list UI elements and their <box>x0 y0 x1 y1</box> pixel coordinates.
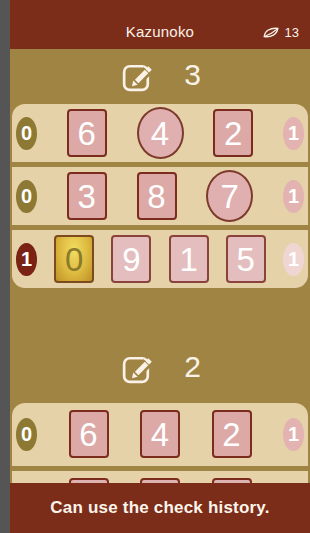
left-count-badge: 0 <box>16 117 37 150</box>
left-count-badge: 1 <box>16 243 37 276</box>
app-screen: Kazunoko 13 3 0 6 4 2 1 <box>10 0 310 533</box>
edit-pencil-icon[interactable] <box>119 349 156 386</box>
section-1-header: 3 <box>10 54 310 96</box>
number-cell[interactable]: 1 <box>169 235 209 283</box>
guess-row: 0 6 4 2 1 <box>12 403 308 466</box>
number-cell: 3 <box>67 172 107 220</box>
top-navigation-bar: Kazunoko 13 <box>10 0 310 49</box>
cell-group: 3 8 7 <box>37 170 283 222</box>
right-count-badge: 1 <box>283 117 304 150</box>
attempts-count-1: 3 <box>184 58 201 92</box>
board-panel-1: 0 6 4 2 1 0 3 8 7 1 1 0 9 1 <box>12 104 308 288</box>
footer-message-bar: Can use the check history. <box>10 483 310 533</box>
edit-pencil-icon[interactable] <box>119 57 156 94</box>
left-count-badge: 0 <box>16 418 37 451</box>
number-cell-circled: 4 <box>137 107 184 159</box>
number-cell[interactable]: 5 <box>226 235 266 283</box>
number-cell: 2 <box>213 109 253 157</box>
guess-row: 0 3 8 7 1 <box>12 167 308 225</box>
right-count-badge: 1 <box>283 243 304 276</box>
number-cell[interactable]: 9 <box>111 235 151 283</box>
leaf-icon <box>262 26 280 39</box>
right-count-badge: 1 <box>283 418 304 451</box>
cell-group: 6 4 2 <box>37 410 283 458</box>
cell-group: 0 9 1 5 <box>37 235 283 283</box>
current-guess-row: 1 0 9 1 5 1 <box>12 230 308 288</box>
number-cell: 8 <box>137 172 177 220</box>
number-cell: 6 <box>67 109 107 157</box>
leaf-count: 13 <box>285 25 299 40</box>
guess-row: 0 6 4 2 1 <box>12 104 308 162</box>
number-cell: 4 <box>140 410 180 458</box>
number-cell: 2 <box>212 410 252 458</box>
attempts-count-2: 2 <box>184 350 201 384</box>
number-cell-circled: 7 <box>206 170 253 222</box>
cell-group: 6 4 2 <box>37 107 283 159</box>
section-2-header: 2 <box>10 346 310 388</box>
right-count-badge: 1 <box>283 180 304 213</box>
number-cell: 6 <box>69 410 109 458</box>
leaf-counter[interactable]: 13 <box>262 25 299 40</box>
app-title: Kazunoko <box>126 23 194 40</box>
footer-message: Can use the check history. <box>50 498 269 518</box>
left-count-badge: 0 <box>16 180 37 213</box>
number-cell-selected[interactable]: 0 <box>54 235 94 283</box>
